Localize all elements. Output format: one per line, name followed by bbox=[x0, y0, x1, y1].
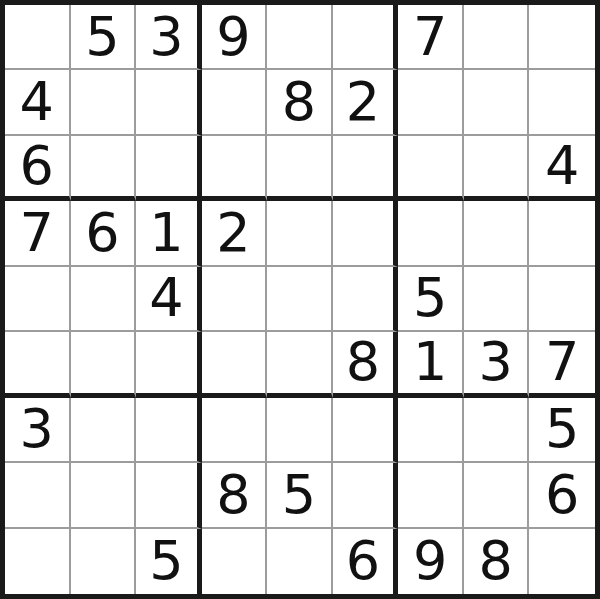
cell-r9c4-empty[interactable] bbox=[202, 529, 268, 594]
cell-r9c2-empty[interactable] bbox=[71, 529, 137, 594]
cell-r7c6-empty[interactable] bbox=[333, 398, 399, 463]
cell-r4c7-empty[interactable] bbox=[398, 201, 464, 266]
cell-r8c4-given-digit: 8 bbox=[202, 463, 268, 528]
cell-r1c1-empty[interactable] bbox=[5, 5, 71, 70]
cell-r6c7-given-digit: 1 bbox=[398, 332, 464, 397]
sudoku-board: 5397482647612458137358565698 bbox=[0, 0, 600, 599]
cell-r1c7-given-digit: 7 bbox=[398, 5, 464, 70]
cell-r3c4-empty[interactable] bbox=[202, 136, 268, 201]
cell-r6c4-empty[interactable] bbox=[202, 332, 268, 397]
cell-r8c7-empty[interactable] bbox=[398, 463, 464, 528]
cell-r5c8-empty[interactable] bbox=[464, 267, 530, 332]
cell-r3c9-given-digit: 4 bbox=[529, 136, 595, 201]
cell-r1c9-empty[interactable] bbox=[529, 5, 595, 70]
cell-r3c8-empty[interactable] bbox=[464, 136, 530, 201]
cell-r8c1-empty[interactable] bbox=[5, 463, 71, 528]
cell-r6c3-empty[interactable] bbox=[136, 332, 202, 397]
cell-r1c5-empty[interactable] bbox=[267, 5, 333, 70]
cell-r8c5-given-digit: 5 bbox=[267, 463, 333, 528]
cell-r4c4-given-digit: 2 bbox=[202, 201, 268, 266]
cell-r9c5-empty[interactable] bbox=[267, 529, 333, 594]
cell-r7c5-empty[interactable] bbox=[267, 398, 333, 463]
cell-r1c3-given-digit: 3 bbox=[136, 5, 202, 70]
cell-r2c6-given-digit: 2 bbox=[333, 70, 399, 135]
cell-r2c3-empty[interactable] bbox=[136, 70, 202, 135]
cell-r6c5-empty[interactable] bbox=[267, 332, 333, 397]
cell-r5c7-given-digit: 5 bbox=[398, 267, 464, 332]
cell-r4c1-given-digit: 7 bbox=[5, 201, 71, 266]
cell-r5c1-empty[interactable] bbox=[5, 267, 71, 332]
cell-r6c6-given-digit: 8 bbox=[333, 332, 399, 397]
cell-r8c2-empty[interactable] bbox=[71, 463, 137, 528]
cell-r7c2-empty[interactable] bbox=[71, 398, 137, 463]
cell-r2c4-empty[interactable] bbox=[202, 70, 268, 135]
cell-r4c9-empty[interactable] bbox=[529, 201, 595, 266]
cell-r9c1-empty[interactable] bbox=[5, 529, 71, 594]
cell-r8c8-empty[interactable] bbox=[464, 463, 530, 528]
cell-r1c6-empty[interactable] bbox=[333, 5, 399, 70]
cell-r6c9-given-digit: 7 bbox=[529, 332, 595, 397]
cell-r5c4-empty[interactable] bbox=[202, 267, 268, 332]
cell-r3c3-empty[interactable] bbox=[136, 136, 202, 201]
cell-r2c7-empty[interactable] bbox=[398, 70, 464, 135]
cell-r7c3-empty[interactable] bbox=[136, 398, 202, 463]
cell-r1c4-given-digit: 9 bbox=[202, 5, 268, 70]
cell-r3c2-empty[interactable] bbox=[71, 136, 137, 201]
cell-r1c8-empty[interactable] bbox=[464, 5, 530, 70]
cell-r2c2-empty[interactable] bbox=[71, 70, 137, 135]
cell-r4c8-empty[interactable] bbox=[464, 201, 530, 266]
cell-r4c5-empty[interactable] bbox=[267, 201, 333, 266]
cell-r1c2-given-digit: 5 bbox=[71, 5, 137, 70]
cell-r5c9-empty[interactable] bbox=[529, 267, 595, 332]
cell-r5c2-empty[interactable] bbox=[71, 267, 137, 332]
cell-r6c1-empty[interactable] bbox=[5, 332, 71, 397]
cell-r5c5-empty[interactable] bbox=[267, 267, 333, 332]
cell-r2c5-given-digit: 8 bbox=[267, 70, 333, 135]
cell-r7c4-empty[interactable] bbox=[202, 398, 268, 463]
cell-r7c7-empty[interactable] bbox=[398, 398, 464, 463]
cell-r2c9-empty[interactable] bbox=[529, 70, 595, 135]
cell-r8c3-empty[interactable] bbox=[136, 463, 202, 528]
cell-r7c9-given-digit: 5 bbox=[529, 398, 595, 463]
cell-r5c6-empty[interactable] bbox=[333, 267, 399, 332]
cell-r9c8-given-digit: 8 bbox=[464, 529, 530, 594]
cell-r9c9-empty[interactable] bbox=[529, 529, 595, 594]
cell-r7c8-empty[interactable] bbox=[464, 398, 530, 463]
cell-r2c8-empty[interactable] bbox=[464, 70, 530, 135]
cell-r3c6-empty[interactable] bbox=[333, 136, 399, 201]
cell-r8c6-empty[interactable] bbox=[333, 463, 399, 528]
cell-r9c6-given-digit: 6 bbox=[333, 529, 399, 594]
cell-r4c3-given-digit: 1 bbox=[136, 201, 202, 266]
cell-r8c9-given-digit: 6 bbox=[529, 463, 595, 528]
cell-r9c7-given-digit: 9 bbox=[398, 529, 464, 594]
cell-r7c1-given-digit: 3 bbox=[5, 398, 71, 463]
cell-r3c1-given-digit: 6 bbox=[5, 136, 71, 201]
cell-r4c2-given-digit: 6 bbox=[71, 201, 137, 266]
cell-r3c5-empty[interactable] bbox=[267, 136, 333, 201]
cell-r6c8-given-digit: 3 bbox=[464, 332, 530, 397]
cell-r4c6-empty[interactable] bbox=[333, 201, 399, 266]
cell-r6c2-empty[interactable] bbox=[71, 332, 137, 397]
cell-r9c3-given-digit: 5 bbox=[136, 529, 202, 594]
cell-r2c1-given-digit: 4 bbox=[5, 70, 71, 135]
cell-r3c7-empty[interactable] bbox=[398, 136, 464, 201]
cell-r5c3-given-digit: 4 bbox=[136, 267, 202, 332]
